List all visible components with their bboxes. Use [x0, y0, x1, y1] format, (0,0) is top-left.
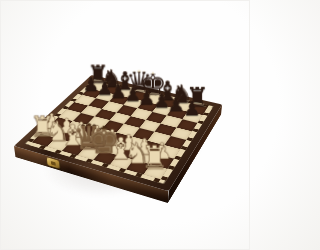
product-photo: ♜♞♝♛♚♝♞♜♟♟♟♟♟♟♟♟♟♟♟♟♟♟♟♟♜♞♝♛♚♝♞♜: [0, 0, 250, 250]
piece-white-rook-h1: ♜: [138, 142, 172, 173]
piece-black-pawn-h7: ♟: [177, 98, 207, 118]
brass-clasp-icon: [47, 157, 60, 168]
chess-board: ♜♞♝♛♚♝♞♜♟♟♟♟♟♟♟♟♟♟♟♟♟♟♟♟♜♞♝♛♚♝♞♜: [14, 75, 222, 191]
perspective-wrapper: ♜♞♝♛♚♝♞♜♟♟♟♟♟♟♟♟♟♟♟♟♟♟♟♟♜♞♝♛♚♝♞♜: [0, 0, 250, 250]
